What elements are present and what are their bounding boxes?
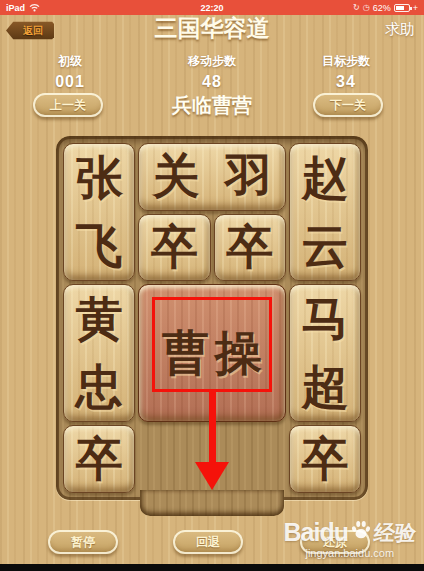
undo-label: 回退 xyxy=(196,534,220,551)
reset-button[interactable]: 还原 xyxy=(300,530,370,554)
clock: 22:20 xyxy=(0,3,424,13)
level-value: 001 xyxy=(30,73,110,91)
battery-icon xyxy=(394,4,410,12)
tile-caocao[interactable]: 曹操 xyxy=(138,284,286,422)
moves-label: 移动步数 xyxy=(160,53,264,70)
tile-huangzhong[interactable]: 黄忠 xyxy=(63,284,135,422)
orientation-lock-icon: ↻ xyxy=(353,3,360,12)
tile-guanyu[interactable]: 关羽 xyxy=(138,143,286,211)
level-label: 初级 xyxy=(30,53,110,70)
target-value: 34 xyxy=(300,73,392,91)
alarm-icon: ◷ xyxy=(363,3,370,12)
level-stat: 初级 001 xyxy=(30,53,110,91)
back-button-label: 返回 xyxy=(23,24,43,38)
huarongdao-board: 张飞关羽赵云卒卒黄忠曹操马超卒卒 xyxy=(56,136,368,500)
tile-char: 赵 xyxy=(301,144,348,212)
board-grid: 张飞关羽赵云卒卒黄忠曹操马超卒卒 xyxy=(63,143,361,493)
tile-char: 黄 xyxy=(76,285,123,353)
tile-char: 操 xyxy=(215,322,262,385)
tile-char: 卒 xyxy=(301,428,348,491)
undo-button[interactable]: 回退 xyxy=(173,530,243,554)
tile-char: 关 xyxy=(139,145,212,208)
tile-zhangfei[interactable]: 张飞 xyxy=(63,143,135,281)
moves-stat: 移动步数 48 xyxy=(160,53,264,91)
next-level-button[interactable]: 下一关 xyxy=(313,93,383,117)
back-button[interactable]: 返回 xyxy=(6,21,54,40)
home-indicator-bar xyxy=(0,564,424,571)
board-exit-notch xyxy=(140,490,284,516)
page-title: 三国华容道 xyxy=(0,13,424,44)
target-label: 目标步数 xyxy=(300,53,392,70)
pause-label: 暂停 xyxy=(71,534,95,551)
help-button[interactable]: 求助 xyxy=(385,20,415,39)
tile-soldier-1[interactable]: 卒 xyxy=(138,214,210,282)
target-stat: 目标步数 34 xyxy=(300,53,392,91)
tile-char: 羽 xyxy=(212,145,285,208)
pause-button[interactable]: 暂停 xyxy=(48,530,118,554)
previous-level-label: 上一关 xyxy=(50,97,86,114)
tile-char: 卒 xyxy=(76,428,123,491)
tile-char: 马 xyxy=(301,285,348,353)
tile-char: 卒 xyxy=(226,216,273,279)
tile-char: 张 xyxy=(76,144,123,212)
tile-soldier-3[interactable]: 卒 xyxy=(63,425,135,493)
tile-machao[interactable]: 马超 xyxy=(289,284,361,422)
tile-char: 云 xyxy=(301,212,348,280)
tile-char: 曹 xyxy=(162,322,209,385)
status-bar: iPad 22:20 ↻ ◷ 62% + xyxy=(0,0,424,15)
app-screen: iPad 22:20 ↻ ◷ 62% + 返回 三国华容道 求助 初级 001 … xyxy=(0,0,424,571)
tile-soldier-4[interactable]: 卒 xyxy=(289,425,361,493)
tile-char: 卒 xyxy=(151,216,198,279)
reset-label: 还原 xyxy=(323,534,347,551)
next-level-label: 下一关 xyxy=(330,97,366,114)
tile-char: 超 xyxy=(301,353,348,421)
previous-level-button[interactable]: 上一关 xyxy=(33,93,103,117)
tile-soldier-2[interactable]: 卒 xyxy=(214,214,286,282)
tile-zhaoyun[interactable]: 赵云 xyxy=(289,143,361,281)
tile-char: 飞 xyxy=(76,212,123,280)
moves-value: 48 xyxy=(160,73,264,91)
tile-char: 忠 xyxy=(76,353,123,421)
jingyan-logo-text: 经验 xyxy=(373,519,418,547)
